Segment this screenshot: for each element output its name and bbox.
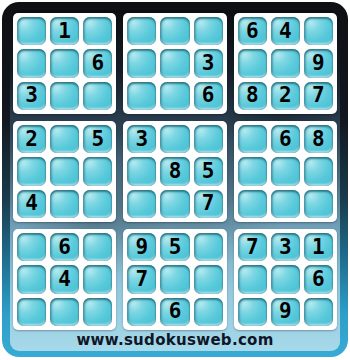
cell-r7c1[interactable]	[17, 233, 46, 261]
cell-r4c9[interactable]: 8	[304, 125, 333, 153]
cell-r5c8[interactable]	[271, 157, 300, 185]
cell-r8c2[interactable]: 4	[50, 265, 79, 293]
box-r2c1: 254	[13, 121, 116, 222]
cell-r3c2[interactable]	[50, 82, 79, 110]
cell-r9c1[interactable]	[17, 298, 46, 326]
cell-r7c5[interactable]: 5	[160, 233, 189, 261]
cell-r6c1[interactable]: 4	[17, 190, 46, 218]
cell-r7c6[interactable]	[194, 233, 223, 261]
cell-r2c6[interactable]: 3	[194, 49, 223, 77]
cell-r9c2[interactable]	[50, 298, 79, 326]
box-r2c2: 3857	[123, 121, 226, 222]
cell-r7c7[interactable]: 7	[238, 233, 267, 261]
box-r3c2: 9576	[123, 229, 226, 330]
cell-r4c6[interactable]	[194, 125, 223, 153]
cell-r6c9[interactable]	[304, 190, 333, 218]
cell-r9c6[interactable]	[194, 298, 223, 326]
cell-r4c3[interactable]: 5	[83, 125, 112, 153]
cell-r8c8[interactable]	[271, 265, 300, 293]
cell-r8c9[interactable]: 6	[304, 265, 333, 293]
cell-r6c8[interactable]	[271, 190, 300, 218]
box-r1c1: 163	[13, 13, 116, 114]
cell-r7c9[interactable]: 1	[304, 233, 333, 261]
cell-r9c7[interactable]	[238, 298, 267, 326]
cell-r4c1[interactable]: 2	[17, 125, 46, 153]
cell-r1c3[interactable]	[83, 17, 112, 45]
cell-r8c4[interactable]: 7	[127, 265, 156, 293]
cell-r4c7[interactable]	[238, 125, 267, 153]
cell-r5c5[interactable]: 8	[160, 157, 189, 185]
cell-r7c8[interactable]: 3	[271, 233, 300, 261]
cell-r1c4[interactable]	[127, 17, 156, 45]
cell-r5c9[interactable]	[304, 157, 333, 185]
cell-r5c7[interactable]	[238, 157, 267, 185]
cell-r3c3[interactable]	[83, 82, 112, 110]
cell-r2c1[interactable]	[17, 49, 46, 77]
cell-r3c7[interactable]: 8	[238, 82, 267, 110]
cell-r2c5[interactable]	[160, 49, 189, 77]
cell-r2c7[interactable]	[238, 49, 267, 77]
sudoku-board: 1633664982725438576864957673169	[13, 13, 337, 330]
cell-r8c6[interactable]	[194, 265, 223, 293]
footer-bar: www.sudokusweb.com	[10, 330, 340, 350]
cell-r5c2[interactable]	[50, 157, 79, 185]
cell-r5c6[interactable]: 5	[194, 157, 223, 185]
cell-r8c1[interactable]	[17, 265, 46, 293]
cell-r6c6[interactable]: 7	[194, 190, 223, 218]
cell-r2c3[interactable]: 6	[83, 49, 112, 77]
cell-r9c9[interactable]	[304, 298, 333, 326]
box-r1c2: 36	[123, 13, 226, 114]
cell-r1c5[interactable]	[160, 17, 189, 45]
cell-r1c1[interactable]	[17, 17, 46, 45]
cell-r2c2[interactable]	[50, 49, 79, 77]
cell-r3c1[interactable]: 3	[17, 82, 46, 110]
cell-r5c1[interactable]	[17, 157, 46, 185]
box-r3c1: 64	[13, 229, 116, 330]
cell-r9c4[interactable]	[127, 298, 156, 326]
site-url: www.sudokusweb.com	[76, 331, 273, 349]
cell-r9c5[interactable]: 6	[160, 298, 189, 326]
board-frame: 1633664982725438576864957673169 www.sudo…	[2, 2, 348, 357]
cell-r3c8[interactable]: 2	[271, 82, 300, 110]
box-r2c3: 68	[234, 121, 337, 222]
cell-r4c5[interactable]	[160, 125, 189, 153]
cell-r8c7[interactable]	[238, 265, 267, 293]
cell-r7c3[interactable]	[83, 233, 112, 261]
cell-r4c4[interactable]: 3	[127, 125, 156, 153]
cell-r6c4[interactable]	[127, 190, 156, 218]
cell-r8c5[interactable]	[160, 265, 189, 293]
cell-r4c8[interactable]: 6	[271, 125, 300, 153]
board-background: 1633664982725438576864957673169 www.sudo…	[10, 10, 340, 351]
cell-r3c6[interactable]: 6	[194, 82, 223, 110]
cell-r4c2[interactable]	[50, 125, 79, 153]
cell-r5c4[interactable]	[127, 157, 156, 185]
box-r1c3: 649827	[234, 13, 337, 114]
cell-r1c6[interactable]	[194, 17, 223, 45]
cell-r7c4[interactable]: 9	[127, 233, 156, 261]
cell-r1c8[interactable]: 4	[271, 17, 300, 45]
cell-r5c3[interactable]	[83, 157, 112, 185]
cell-r6c7[interactable]	[238, 190, 267, 218]
cell-r2c8[interactable]	[271, 49, 300, 77]
cell-r9c8[interactable]: 9	[271, 298, 300, 326]
cell-r1c7[interactable]: 6	[238, 17, 267, 45]
cell-r6c3[interactable]	[83, 190, 112, 218]
cell-r6c2[interactable]	[50, 190, 79, 218]
cell-r8c3[interactable]	[83, 265, 112, 293]
cell-r3c9[interactable]: 7	[304, 82, 333, 110]
cell-r1c2[interactable]: 1	[50, 17, 79, 45]
cell-r1c9[interactable]	[304, 17, 333, 45]
cell-r3c4[interactable]	[127, 82, 156, 110]
cell-r6c5[interactable]	[160, 190, 189, 218]
box-r3c3: 73169	[234, 229, 337, 330]
cell-r7c2[interactable]: 6	[50, 233, 79, 261]
cell-r3c5[interactable]	[160, 82, 189, 110]
cell-r2c4[interactable]	[127, 49, 156, 77]
cell-r2c9[interactable]: 9	[304, 49, 333, 77]
cell-r9c3[interactable]	[83, 298, 112, 326]
